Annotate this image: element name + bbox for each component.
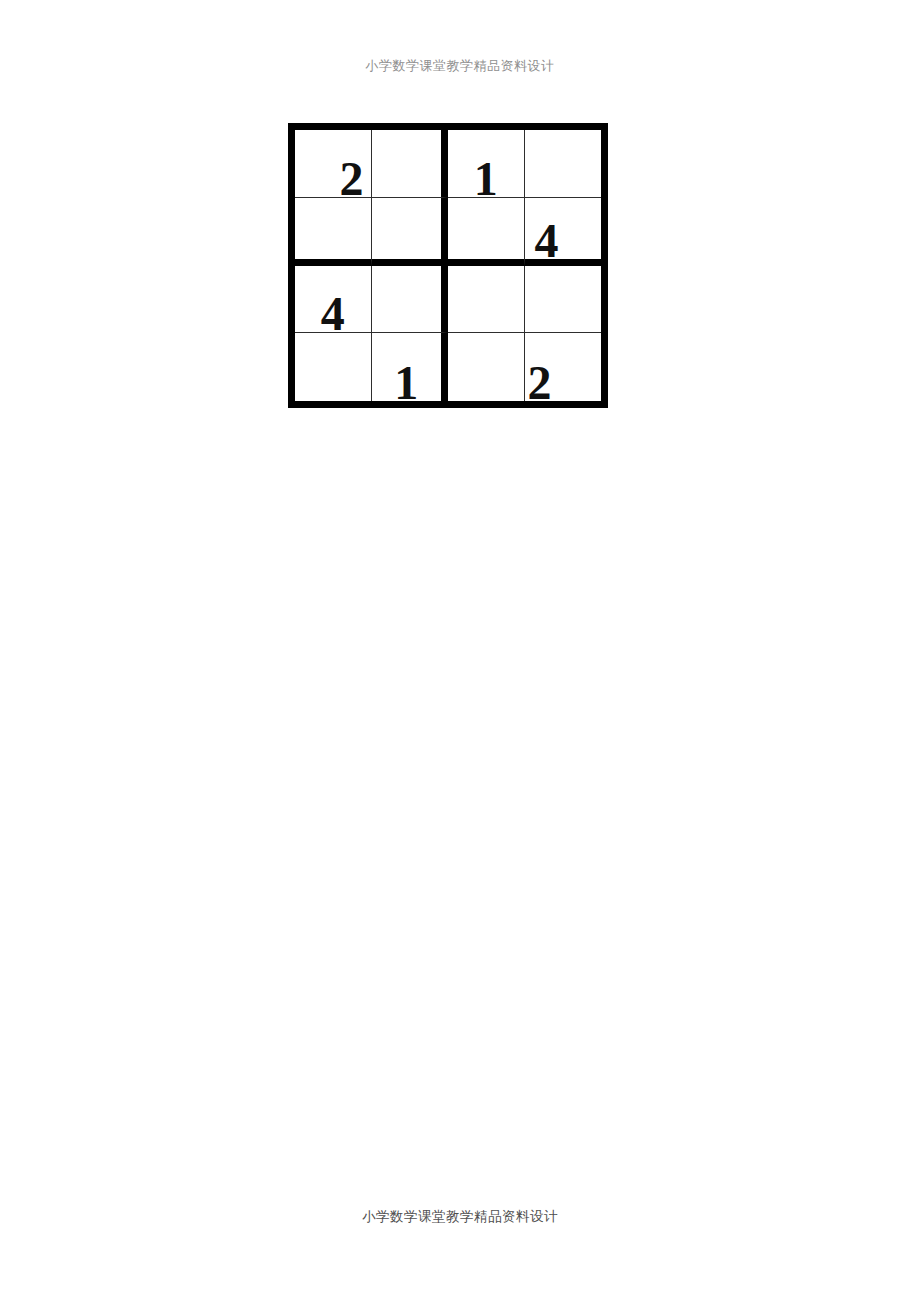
given-digit: 1 xyxy=(474,155,498,203)
cell-r3c1: 4 xyxy=(295,266,372,334)
cell-r1c1: 2 xyxy=(295,130,372,198)
cell-r1c2[interactable] xyxy=(372,130,449,198)
cell-r3c2[interactable] xyxy=(372,266,449,334)
sudoku-board: 214412 xyxy=(288,123,608,408)
cell-r4c3[interactable] xyxy=(448,333,525,401)
page-header-watermark: 小学数学课堂教学精品资料设计 xyxy=(0,58,920,74)
cell-r3c4[interactable] xyxy=(525,266,602,334)
cell-r4c2: 1 xyxy=(372,333,449,401)
cell-r2c4: 4 xyxy=(525,198,602,266)
cell-r2c1[interactable] xyxy=(295,198,372,266)
cell-r3c3[interactable] xyxy=(448,266,525,334)
cell-r2c3[interactable] xyxy=(448,198,525,266)
cell-r2c2[interactable] xyxy=(372,198,449,266)
given-digit: 2 xyxy=(528,359,552,407)
cell-r4c4: 2 xyxy=(525,333,602,401)
given-digit: 4 xyxy=(321,290,345,338)
cell-r1c3: 1 xyxy=(448,130,525,198)
given-digit: 2 xyxy=(340,155,364,203)
page-footer-watermark: 小学数学课堂教学精品资料设计 xyxy=(0,1209,920,1225)
cell-r1c4[interactable] xyxy=(525,130,602,198)
cell-r4c1[interactable] xyxy=(295,333,372,401)
given-digit: 4 xyxy=(535,217,559,265)
given-digit: 1 xyxy=(394,359,418,407)
document-page: 小学数学课堂教学精品资料设计 214412 小学数学课堂教学精品资料设计 xyxy=(0,0,920,1302)
